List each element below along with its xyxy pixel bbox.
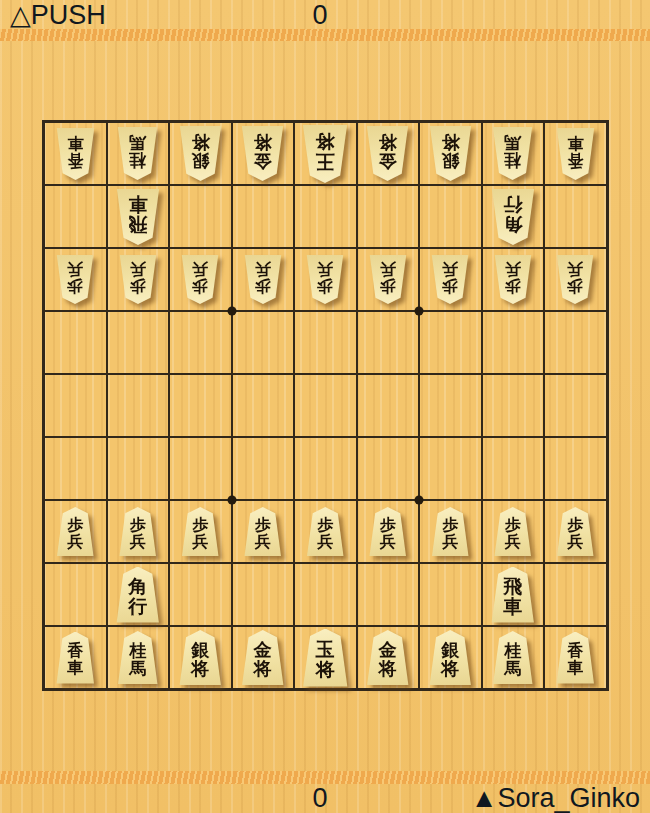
piece-wrapper: 香車 bbox=[56, 128, 95, 180]
square-2-3[interactable]: 歩兵 bbox=[482, 248, 545, 311]
piece-ginsho-gote[interactable]: 銀将 bbox=[429, 126, 472, 181]
piece-kanji: 王 bbox=[316, 151, 335, 171]
shogi-board: 香車桂馬銀将金将王将金将銀将桂馬香車飛車角行歩兵歩兵歩兵歩兵歩兵歩兵歩兵歩兵歩兵… bbox=[42, 120, 609, 691]
piece-kanji: 兵 bbox=[567, 534, 583, 551]
piece-kanji: 将 bbox=[191, 660, 209, 679]
piece-kanji: 車 bbox=[567, 660, 583, 677]
piece-kanji: 飛 bbox=[128, 214, 147, 234]
square-4-5[interactable] bbox=[357, 374, 420, 437]
piece-wrapper: 歩兵 bbox=[431, 507, 469, 556]
piece-wrapper: 銀将 bbox=[429, 630, 472, 685]
piece-ginsho-gote[interactable]: 銀将 bbox=[179, 126, 222, 181]
piece-kanji: 車 bbox=[567, 134, 583, 151]
square-3-4[interactable] bbox=[419, 311, 482, 374]
square-6-4[interactable] bbox=[232, 311, 295, 374]
piece-wrapper: 銀将 bbox=[179, 630, 222, 685]
square-7-7[interactable]: 歩兵 bbox=[169, 500, 232, 563]
piece-kanji: 兵 bbox=[505, 260, 521, 277]
piece-kanji: 香 bbox=[567, 151, 583, 168]
piece-wrapper: 歩兵 bbox=[56, 255, 94, 304]
square-5-9[interactable]: 玉将 bbox=[294, 626, 357, 689]
piece-wrapper: 金将 bbox=[241, 630, 284, 685]
square-7-1[interactable]: 銀将 bbox=[169, 122, 232, 185]
square-5-4[interactable] bbox=[294, 311, 357, 374]
gote-player-bar: △PUSH 0 bbox=[0, 0, 650, 30]
piece-kanji: 香 bbox=[67, 151, 83, 168]
square-4-2[interactable] bbox=[357, 185, 420, 248]
piece-fu-gote[interactable]: 歩兵 bbox=[244, 255, 282, 304]
piece-hisha-sente[interactable]: 飛車 bbox=[491, 567, 535, 623]
square-4-3[interactable]: 歩兵 bbox=[357, 248, 420, 311]
piece-wrapper: 香車 bbox=[556, 128, 595, 180]
piece-wrapper: 歩兵 bbox=[494, 255, 532, 304]
hoshi-point bbox=[227, 496, 236, 505]
square-7-4[interactable] bbox=[169, 311, 232, 374]
piece-keima-gote[interactable]: 桂馬 bbox=[492, 127, 533, 180]
piece-kanji: 行 bbox=[128, 597, 147, 617]
square-9-3[interactable]: 歩兵 bbox=[44, 248, 107, 311]
piece-kinsho-sente[interactable]: 金将 bbox=[366, 630, 409, 685]
square-2-8[interactable]: 飛車 bbox=[482, 563, 545, 626]
square-1-7[interactable]: 歩兵 bbox=[544, 500, 607, 563]
square-6-5[interactable] bbox=[232, 374, 295, 437]
square-8-7[interactable]: 歩兵 bbox=[107, 500, 170, 563]
square-3-5[interactable] bbox=[419, 374, 482, 437]
piece-hisha-gote[interactable]: 飛車 bbox=[116, 189, 160, 245]
piece-wrapper: 金将 bbox=[366, 126, 409, 181]
piece-kanji: 将 bbox=[379, 132, 397, 151]
piece-kanji: 兵 bbox=[317, 534, 333, 551]
square-7-6[interactable] bbox=[169, 437, 232, 500]
piece-kanji: 兵 bbox=[192, 534, 208, 551]
piece-wrapper: 歩兵 bbox=[181, 507, 219, 556]
piece-kanji: 将 bbox=[254, 132, 272, 151]
piece-kyosha-sente[interactable]: 香車 bbox=[556, 632, 595, 684]
piece-kanji: 馬 bbox=[504, 133, 521, 151]
piece-wrapper: 歩兵 bbox=[56, 507, 94, 556]
piece-wrapper: 香車 bbox=[56, 632, 95, 684]
piece-wrapper: 香車 bbox=[556, 632, 595, 684]
piece-fu-sente[interactable]: 歩兵 bbox=[369, 507, 407, 556]
piece-kanji: 兵 bbox=[442, 260, 458, 277]
piece-wrapper: 桂馬 bbox=[117, 127, 158, 180]
sente-player-name: ▲Sora_Ginko bbox=[471, 784, 640, 813]
square-9-4[interactable] bbox=[44, 311, 107, 374]
piece-fu-sente[interactable]: 歩兵 bbox=[181, 507, 219, 556]
piece-wrapper: 飛車 bbox=[491, 567, 535, 623]
hoshi-point bbox=[415, 496, 424, 505]
piece-kanji: 将 bbox=[191, 132, 209, 151]
square-2-7[interactable]: 歩兵 bbox=[482, 500, 545, 563]
square-9-8[interactable] bbox=[44, 563, 107, 626]
gote-bar-green-segment bbox=[324, 0, 650, 30]
square-5-5[interactable] bbox=[294, 374, 357, 437]
piece-fu-gote[interactable]: 歩兵 bbox=[369, 255, 407, 304]
piece-fu-sente[interactable]: 歩兵 bbox=[119, 507, 157, 556]
piece-keima-sente[interactable]: 桂馬 bbox=[492, 631, 533, 684]
piece-wrapper: 桂馬 bbox=[117, 631, 158, 684]
hoshi-point bbox=[415, 307, 424, 316]
piece-kanji: 歩 bbox=[505, 277, 521, 294]
square-8-3[interactable]: 歩兵 bbox=[107, 248, 170, 311]
piece-wrapper: 歩兵 bbox=[306, 255, 344, 304]
square-5-6[interactable] bbox=[294, 437, 357, 500]
square-1-2[interactable] bbox=[544, 185, 607, 248]
piece-osho-gote[interactable]: 王将 bbox=[302, 125, 348, 183]
piece-kanji: 兵 bbox=[317, 260, 333, 277]
square-8-4[interactable] bbox=[107, 311, 170, 374]
piece-kanji: 兵 bbox=[380, 534, 396, 551]
sente-player-bar: 0 ▲Sora_Ginko bbox=[0, 784, 650, 813]
square-9-2[interactable] bbox=[44, 185, 107, 248]
square-3-3[interactable]: 歩兵 bbox=[419, 248, 482, 311]
piece-kanji: 角 bbox=[128, 577, 147, 597]
piece-kanji: 桂 bbox=[504, 151, 521, 169]
piece-kinsho-gote[interactable]: 金将 bbox=[241, 126, 284, 181]
piece-keima-gote[interactable]: 桂馬 bbox=[117, 127, 158, 180]
piece-kanji: 車 bbox=[128, 194, 147, 214]
hoshi-point bbox=[227, 307, 236, 316]
square-5-8[interactable] bbox=[294, 563, 357, 626]
piece-fu-gote[interactable]: 歩兵 bbox=[431, 255, 469, 304]
piece-kanji: 兵 bbox=[130, 534, 146, 551]
piece-kanji: 歩 bbox=[192, 277, 208, 294]
square-1-9[interactable]: 香車 bbox=[544, 626, 607, 689]
piece-kanji: 馬 bbox=[129, 133, 146, 151]
square-6-8[interactable] bbox=[232, 563, 295, 626]
square-3-1[interactable]: 銀将 bbox=[419, 122, 482, 185]
square-8-8[interactable]: 角行 bbox=[107, 563, 170, 626]
piece-kanji: 将 bbox=[441, 660, 459, 679]
piece-kanji: 歩 bbox=[317, 277, 333, 294]
piece-kanji: 歩 bbox=[442, 277, 458, 294]
piece-kanji: 車 bbox=[503, 597, 522, 617]
square-4-8[interactable] bbox=[357, 563, 420, 626]
piece-kanji: 歩 bbox=[380, 277, 396, 294]
piece-kanji: 歩 bbox=[130, 277, 146, 294]
piece-kakugyo-sente[interactable]: 角行 bbox=[116, 567, 160, 623]
gote-counter: 0 bbox=[312, 0, 327, 30]
piece-kanji: 兵 bbox=[192, 260, 208, 277]
piece-fu-sente[interactable]: 歩兵 bbox=[556, 507, 594, 556]
square-6-7[interactable]: 歩兵 bbox=[232, 500, 295, 563]
square-4-4[interactable] bbox=[357, 311, 420, 374]
piece-fu-gote[interactable]: 歩兵 bbox=[181, 255, 219, 304]
piece-kanji: 馬 bbox=[504, 660, 521, 678]
square-1-5[interactable] bbox=[544, 374, 607, 437]
piece-kanji: 兵 bbox=[567, 260, 583, 277]
piece-wrapper: 桂馬 bbox=[492, 631, 533, 684]
piece-wrapper: 角行 bbox=[116, 567, 160, 623]
piece-wrapper: 歩兵 bbox=[431, 255, 469, 304]
piece-keima-sente[interactable]: 桂馬 bbox=[117, 631, 158, 684]
piece-fu-gote[interactable]: 歩兵 bbox=[494, 255, 532, 304]
piece-kanji: 将 bbox=[379, 660, 397, 679]
square-4-9[interactable]: 金将 bbox=[357, 626, 420, 689]
piece-wrapper: 歩兵 bbox=[119, 255, 157, 304]
square-8-6[interactable] bbox=[107, 437, 170, 500]
piece-kyosha-sente[interactable]: 香車 bbox=[56, 632, 95, 684]
piece-kanji: 兵 bbox=[380, 260, 396, 277]
piece-kanji: 将 bbox=[316, 131, 335, 151]
piece-fu-gote[interactable]: 歩兵 bbox=[306, 255, 344, 304]
piece-kanji: 飛 bbox=[503, 577, 522, 597]
piece-wrapper: 飛車 bbox=[116, 189, 160, 245]
piece-kanji: 兵 bbox=[255, 260, 271, 277]
piece-kanji: 金 bbox=[254, 151, 272, 170]
piece-kanji: 兵 bbox=[255, 534, 271, 551]
square-2-1[interactable]: 桂馬 bbox=[482, 122, 545, 185]
square-6-3[interactable]: 歩兵 bbox=[232, 248, 295, 311]
square-9-9[interactable]: 香車 bbox=[44, 626, 107, 689]
square-2-6[interactable] bbox=[482, 437, 545, 500]
piece-fu-gote[interactable]: 歩兵 bbox=[556, 255, 594, 304]
square-9-7[interactable]: 歩兵 bbox=[44, 500, 107, 563]
square-8-5[interactable] bbox=[107, 374, 170, 437]
gote-player-name: △PUSH bbox=[10, 0, 106, 30]
square-1-1[interactable]: 香車 bbox=[544, 122, 607, 185]
piece-kanji: 歩 bbox=[255, 277, 271, 294]
square-2-9[interactable]: 桂馬 bbox=[482, 626, 545, 689]
piece-wrapper: 歩兵 bbox=[494, 507, 532, 556]
square-7-5[interactable] bbox=[169, 374, 232, 437]
square-2-2[interactable]: 角行 bbox=[482, 185, 545, 248]
square-2-4[interactable] bbox=[482, 311, 545, 374]
piece-fu-sente[interactable]: 歩兵 bbox=[244, 507, 282, 556]
piece-kyosha-gote[interactable]: 香車 bbox=[556, 128, 595, 180]
square-3-2[interactable] bbox=[419, 185, 482, 248]
piece-wrapper: 桂馬 bbox=[492, 127, 533, 180]
piece-kanji: 兵 bbox=[505, 534, 521, 551]
square-1-4[interactable] bbox=[544, 311, 607, 374]
piece-kanji: 車 bbox=[67, 660, 83, 677]
piece-kanji: 兵 bbox=[67, 260, 83, 277]
piece-wrapper: 金将 bbox=[241, 126, 284, 181]
square-9-1[interactable]: 香車 bbox=[44, 122, 107, 185]
square-6-9[interactable]: 金将 bbox=[232, 626, 295, 689]
square-1-8[interactable] bbox=[544, 563, 607, 626]
piece-kanji: 車 bbox=[67, 134, 83, 151]
piece-kanji: 歩 bbox=[567, 277, 583, 294]
piece-wrapper: 王将 bbox=[302, 125, 348, 183]
square-5-2[interactable] bbox=[294, 185, 357, 248]
piece-kanji: 兵 bbox=[67, 534, 83, 551]
piece-kanji: 兵 bbox=[130, 260, 146, 277]
square-4-1[interactable]: 金将 bbox=[357, 122, 420, 185]
piece-wrapper: 歩兵 bbox=[244, 255, 282, 304]
square-3-7[interactable]: 歩兵 bbox=[419, 500, 482, 563]
piece-wrapper: 歩兵 bbox=[556, 507, 594, 556]
piece-kanji: 歩 bbox=[67, 277, 83, 294]
square-9-6[interactable] bbox=[44, 437, 107, 500]
square-8-2[interactable]: 飛車 bbox=[107, 185, 170, 248]
piece-wrapper: 銀将 bbox=[179, 126, 222, 181]
square-5-3[interactable]: 歩兵 bbox=[294, 248, 357, 311]
piece-kakugyo-gote[interactable]: 角行 bbox=[491, 189, 535, 245]
piece-fu-sente[interactable]: 歩兵 bbox=[431, 507, 469, 556]
piece-wrapper: 角行 bbox=[491, 189, 535, 245]
square-6-1[interactable]: 金将 bbox=[232, 122, 295, 185]
piece-wrapper: 歩兵 bbox=[244, 507, 282, 556]
wood-edge-top bbox=[0, 29, 650, 41]
piece-wrapper: 歩兵 bbox=[181, 255, 219, 304]
square-7-8[interactable] bbox=[169, 563, 232, 626]
piece-wrapper: 玉将 bbox=[302, 629, 348, 687]
square-6-6[interactable] bbox=[232, 437, 295, 500]
piece-kanji: 将 bbox=[441, 132, 459, 151]
square-3-8[interactable] bbox=[419, 563, 482, 626]
sente-counter: 0 bbox=[312, 784, 327, 813]
piece-kanji: 将 bbox=[316, 660, 335, 680]
square-2-5[interactable] bbox=[482, 374, 545, 437]
piece-fu-sente[interactable]: 歩兵 bbox=[494, 507, 532, 556]
square-8-1[interactable]: 桂馬 bbox=[107, 122, 170, 185]
piece-wrapper: 銀将 bbox=[429, 126, 472, 181]
piece-wrapper: 歩兵 bbox=[556, 255, 594, 304]
piece-fu-gote[interactable]: 歩兵 bbox=[119, 255, 157, 304]
piece-kanji: 銀 bbox=[191, 151, 209, 170]
square-5-1[interactable]: 王将 bbox=[294, 122, 357, 185]
piece-kyosha-gote[interactable]: 香車 bbox=[56, 128, 95, 180]
square-7-3[interactable]: 歩兵 bbox=[169, 248, 232, 311]
square-6-2[interactable] bbox=[232, 185, 295, 248]
square-9-5[interactable] bbox=[44, 374, 107, 437]
piece-kanji: 兵 bbox=[442, 534, 458, 551]
piece-fu-sente[interactable]: 歩兵 bbox=[56, 507, 94, 556]
square-4-7[interactable]: 歩兵 bbox=[357, 500, 420, 563]
square-4-6[interactable] bbox=[357, 437, 420, 500]
piece-kanji: 玉 bbox=[316, 640, 335, 660]
piece-fu-sente[interactable]: 歩兵 bbox=[306, 507, 344, 556]
piece-kanji: 馬 bbox=[129, 660, 146, 678]
sente-bar-blue-segment bbox=[0, 784, 324, 813]
piece-kanji: 行 bbox=[503, 194, 522, 214]
piece-wrapper: 金将 bbox=[366, 630, 409, 685]
piece-wrapper: 歩兵 bbox=[119, 507, 157, 556]
square-5-7[interactable]: 歩兵 bbox=[294, 500, 357, 563]
piece-gyokusho-sente[interactable]: 玉将 bbox=[302, 629, 348, 687]
piece-kanji: 銀 bbox=[441, 151, 459, 170]
square-8-9[interactable]: 桂馬 bbox=[107, 626, 170, 689]
piece-kanji: 金 bbox=[379, 151, 397, 170]
square-3-6[interactable] bbox=[419, 437, 482, 500]
square-7-2[interactable] bbox=[169, 185, 232, 248]
piece-wrapper: 歩兵 bbox=[306, 507, 344, 556]
square-3-9[interactable]: 銀将 bbox=[419, 626, 482, 689]
square-1-3[interactable]: 歩兵 bbox=[544, 248, 607, 311]
piece-kinsho-sente[interactable]: 金将 bbox=[241, 630, 284, 685]
piece-wrapper: 歩兵 bbox=[369, 507, 407, 556]
square-7-9[interactable]: 銀将 bbox=[169, 626, 232, 689]
piece-ginsho-sente[interactable]: 銀将 bbox=[429, 630, 472, 685]
piece-fu-gote[interactable]: 歩兵 bbox=[56, 255, 94, 304]
piece-wrapper: 歩兵 bbox=[369, 255, 407, 304]
piece-kanji: 角 bbox=[503, 214, 522, 234]
square-1-6[interactable] bbox=[544, 437, 607, 500]
piece-kinsho-gote[interactable]: 金将 bbox=[366, 126, 409, 181]
piece-kanji: 桂 bbox=[129, 151, 146, 169]
piece-ginsho-sente[interactable]: 銀将 bbox=[179, 630, 222, 685]
piece-kanji: 将 bbox=[254, 660, 272, 679]
